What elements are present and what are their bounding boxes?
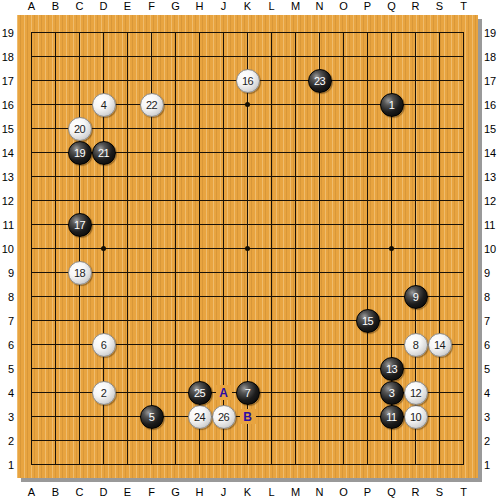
black-stone-q5[interactable]: 13 [380, 357, 404, 381]
annotation-a-j4[interactable]: A [216, 385, 232, 400]
col-label-bottom-d: D [92, 486, 116, 499]
move-number: 21 [98, 147, 109, 159]
white-stone-j3[interactable]: 26 [212, 405, 236, 429]
black-stone-n17[interactable]: 23 [308, 69, 332, 93]
col-label-top-n: N [308, 0, 332, 13]
row-label-left-11: 11 [0, 213, 14, 237]
row-label-right-1: 1 [484, 453, 500, 477]
col-label-top-c: C [68, 0, 92, 13]
row-label-right-19: 19 [484, 21, 500, 45]
col-label-top-r: R [404, 0, 428, 13]
go-board-diagram: 1234567891011121314151617181920212223242… [0, 0, 500, 500]
col-label-top-s: S [428, 0, 452, 13]
row-label-left-17: 17 [0, 69, 14, 93]
col-label-top-a: A [20, 0, 44, 13]
white-stone-f16[interactable]: 22 [140, 93, 164, 117]
row-label-right-2: 2 [484, 429, 500, 453]
row-label-left-7: 7 [0, 309, 14, 333]
col-label-bottom-n: N [308, 486, 332, 499]
move-number: 3 [389, 387, 395, 399]
black-stone-q3[interactable]: 11 [380, 405, 404, 429]
col-label-top-t: T [452, 0, 476, 13]
move-number: 12 [410, 387, 421, 399]
row-label-right-14: 14 [484, 141, 500, 165]
row-label-left-19: 19 [0, 21, 14, 45]
col-label-bottom-p: P [356, 486, 380, 499]
white-stone-r3[interactable]: 10 [404, 405, 428, 429]
col-label-top-b: B [44, 0, 68, 13]
white-stone-d16[interactable]: 4 [92, 93, 116, 117]
move-number: 1 [389, 99, 395, 111]
move-number: 18 [74, 267, 85, 279]
col-label-top-f: F [140, 0, 164, 13]
white-stone-c15[interactable]: 20 [68, 117, 92, 141]
row-label-right-12: 12 [484, 189, 500, 213]
move-number: 25 [194, 387, 205, 399]
star-point-q10 [389, 246, 394, 251]
move-number: 14 [434, 339, 445, 351]
move-number: 22 [146, 99, 157, 111]
col-label-bottom-b: B [44, 486, 68, 499]
white-stone-c9[interactable]: 18 [68, 261, 92, 285]
row-label-left-4: 4 [0, 381, 14, 405]
row-label-left-6: 6 [0, 333, 14, 357]
row-label-right-8: 8 [484, 285, 500, 309]
black-stone-k4[interactable]: 7 [236, 381, 260, 405]
row-label-right-11: 11 [484, 213, 500, 237]
star-point-k10 [245, 246, 250, 251]
col-label-bottom-k: K [236, 486, 260, 499]
black-stone-h4[interactable]: 25 [188, 381, 212, 405]
goban-wood: 1234567891011121314151617181920212223242… [17, 15, 478, 478]
row-label-left-5: 5 [0, 357, 14, 381]
star-point-k16 [245, 102, 250, 107]
col-label-bottom-f: F [140, 486, 164, 499]
move-number: 17 [74, 219, 85, 231]
row-label-right-13: 13 [484, 165, 500, 189]
move-number: 16 [242, 75, 253, 87]
row-label-right-18: 18 [484, 45, 500, 69]
row-label-right-10: 10 [484, 237, 500, 261]
move-number: 19 [74, 147, 85, 159]
col-label-bottom-o: O [332, 486, 356, 499]
annotation-b-k3[interactable]: B [240, 409, 256, 424]
white-stone-r6[interactable]: 8 [404, 333, 428, 357]
row-label-right-7: 7 [484, 309, 500, 333]
row-label-left-8: 8 [0, 285, 14, 309]
row-label-left-3: 3 [0, 405, 14, 429]
col-label-top-d: D [92, 0, 116, 13]
white-stone-s6[interactable]: 14 [428, 333, 452, 357]
goban-intersections[interactable]: 1234567891011121314151617181920212223242… [20, 21, 476, 477]
row-label-left-13: 13 [0, 165, 14, 189]
col-label-bottom-c: C [68, 486, 92, 499]
move-number: 7 [245, 387, 251, 399]
star-point-d10 [101, 246, 106, 251]
black-stone-d14[interactable]: 21 [92, 141, 116, 165]
col-label-top-j: J [212, 0, 236, 13]
black-stone-c14[interactable]: 19 [68, 141, 92, 165]
col-label-bottom-g: G [164, 486, 188, 499]
black-stone-p7[interactable]: 15 [356, 309, 380, 333]
col-label-top-e: E [116, 0, 140, 13]
col-label-bottom-t: T [452, 486, 476, 499]
move-number: 4 [101, 99, 107, 111]
row-label-right-17: 17 [484, 69, 500, 93]
col-label-bottom-m: M [284, 486, 308, 499]
row-label-right-5: 5 [484, 357, 500, 381]
col-label-bottom-q: Q [380, 486, 404, 499]
move-number: 6 [101, 339, 107, 351]
row-label-left-2: 2 [0, 429, 14, 453]
col-label-bottom-l: L [260, 486, 284, 499]
col-label-bottom-e: E [116, 486, 140, 499]
col-label-top-m: M [284, 0, 308, 13]
move-number: 5 [149, 411, 155, 423]
col-label-top-l: L [260, 0, 284, 13]
col-label-top-o: O [332, 0, 356, 13]
move-number: 23 [314, 75, 325, 87]
col-label-top-k: K [236, 0, 260, 13]
row-label-left-14: 14 [0, 141, 14, 165]
move-number: 20 [74, 123, 85, 135]
move-number: 9 [413, 291, 419, 303]
col-label-top-g: G [164, 0, 188, 13]
row-label-left-10: 10 [0, 237, 14, 261]
col-label-bottom-s: S [428, 486, 452, 499]
row-label-right-16: 16 [484, 93, 500, 117]
move-number: 11 [386, 411, 396, 423]
white-stone-d4[interactable]: 2 [92, 381, 116, 405]
row-label-left-18: 18 [0, 45, 14, 69]
black-stone-q4[interactable]: 3 [380, 381, 404, 405]
black-stone-c11[interactable]: 17 [68, 213, 92, 237]
row-label-right-9: 9 [484, 261, 500, 285]
row-label-right-3: 3 [484, 405, 500, 429]
row-label-left-9: 9 [0, 261, 14, 285]
white-stone-r4[interactable]: 12 [404, 381, 428, 405]
white-stone-d6[interactable]: 6 [92, 333, 116, 357]
row-label-left-15: 15 [0, 117, 14, 141]
row-label-right-6: 6 [484, 333, 500, 357]
move-number: 15 [362, 315, 373, 327]
col-label-bottom-j: J [212, 486, 236, 499]
move-number: 24 [194, 411, 205, 423]
row-label-left-1: 1 [0, 453, 14, 477]
black-stone-q16[interactable]: 1 [380, 93, 404, 117]
row-label-right-4: 4 [484, 381, 500, 405]
move-number: 26 [218, 411, 229, 423]
black-stone-f3[interactable]: 5 [140, 405, 164, 429]
col-label-top-p: P [356, 0, 380, 13]
row-label-left-16: 16 [0, 93, 14, 117]
white-stone-k17[interactable]: 16 [236, 69, 260, 93]
col-label-top-q: Q [380, 0, 404, 13]
col-label-bottom-r: R [404, 486, 428, 499]
move-number: 13 [386, 363, 397, 375]
black-stone-r8[interactable]: 9 [404, 285, 428, 309]
white-stone-h3[interactable]: 24 [188, 405, 212, 429]
move-number: 10 [410, 411, 421, 423]
col-label-bottom-h: H [188, 486, 212, 499]
col-label-top-h: H [188, 0, 212, 13]
move-number: 2 [101, 387, 107, 399]
row-label-right-15: 15 [484, 117, 500, 141]
row-label-left-12: 12 [0, 189, 14, 213]
move-number: 8 [413, 339, 419, 351]
col-label-bottom-a: A [20, 486, 44, 499]
